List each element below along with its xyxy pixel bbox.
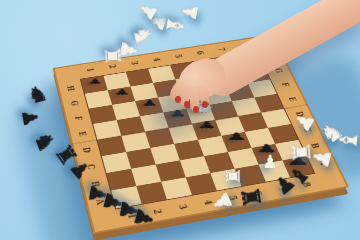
rank-label: 8 — [236, 43, 249, 50]
black-pawn: ♟ — [135, 97, 165, 109]
square — [97, 136, 126, 156]
file-label: F — [278, 81, 292, 89]
square — [102, 152, 131, 173]
white-rook-fallen: ♜ — [96, 40, 129, 73]
square — [126, 148, 155, 169]
white-bishop-fallen: ♝ — [333, 124, 360, 157]
square — [174, 140, 204, 161]
file-label: E — [285, 95, 299, 103]
file-label: H — [265, 53, 278, 60]
file-label: E — [75, 130, 89, 139]
black-pawn: ♟ — [163, 107, 193, 120]
rank-label: 6 — [193, 49, 206, 56]
square — [145, 128, 174, 148]
white-rook-fallen: ♜ — [218, 161, 248, 191]
rank-label: 1 — [84, 66, 97, 74]
black-pawn: ♟ — [80, 76, 110, 86]
square — [150, 144, 180, 165]
rank-label: 7 — [215, 46, 228, 53]
white-pawn-fallen: ♟ — [173, 0, 208, 29]
square — [131, 165, 161, 187]
file-label: H — [64, 85, 77, 93]
file-label: G — [271, 67, 285, 75]
rank-label: 5 — [172, 53, 185, 60]
file-label: F — [71, 114, 84, 122]
square — [161, 177, 192, 199]
square — [180, 156, 210, 177]
square — [121, 132, 150, 152]
rank-label: 3 — [175, 202, 190, 212]
square — [198, 136, 228, 156]
rank-label: 4 — [150, 56, 163, 63]
black-pawn: ♟ — [107, 87, 137, 98]
square — [156, 160, 186, 181]
chess-photo-scene: HHGGFFEEDDCCBBAA1122334455667788 ♟♟♟♟♚♟♟… — [0, 0, 360, 240]
file-label: G — [68, 99, 81, 107]
